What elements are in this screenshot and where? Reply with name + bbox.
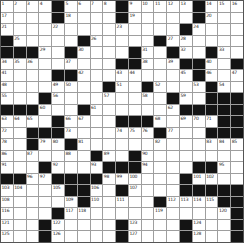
white-square-r16c18[interactable]	[218, 174, 230, 185]
white-square-r16c4[interactable]: 97	[39, 174, 51, 185]
white-square-r18c1[interactable]: 108	[1, 197, 13, 208]
white-square-r13c15[interactable]	[180, 139, 192, 150]
white-square-r4c8[interactable]: 26	[91, 36, 103, 47]
white-square-r16c17[interactable]: 102	[206, 174, 218, 185]
white-square-r17c8[interactable]: 106	[91, 185, 103, 196]
white-square-r21c2[interactable]	[14, 231, 26, 242]
white-square-r3c14[interactable]	[167, 24, 179, 35]
white-square-r16c19[interactable]	[231, 174, 243, 185]
white-square-r21c11[interactable]: 127	[129, 231, 141, 242]
white-square-r21c1[interactable]: 125	[1, 231, 13, 242]
white-square-r18c16[interactable]: 114	[193, 197, 205, 208]
white-square-r11c9[interactable]	[103, 116, 115, 127]
white-square-r9c9[interactable]: 57	[103, 93, 115, 104]
white-square-r8c15[interactable]	[180, 82, 192, 93]
white-square-r16c16[interactable]: 101	[193, 174, 205, 185]
white-square-r19c14[interactable]	[167, 208, 179, 219]
white-square-r8c14[interactable]	[167, 82, 179, 93]
white-square-r6c17[interactable]: 40	[206, 59, 218, 70]
white-square-r7c2[interactable]	[14, 70, 26, 81]
white-square-r17c11[interactable]: 107	[129, 185, 141, 196]
white-square-r15c1[interactable]: 91	[1, 162, 13, 173]
white-square-r1c19[interactable]: 16	[231, 1, 243, 12]
white-square-r3c1[interactable]: 21	[1, 24, 13, 35]
white-square-r14c5[interactable]	[52, 151, 64, 162]
white-square-r2c8[interactable]	[91, 13, 103, 24]
white-square-r20c7[interactable]	[78, 220, 90, 231]
white-square-r4c19[interactable]	[231, 36, 243, 47]
white-square-r9c2[interactable]	[14, 93, 26, 104]
white-square-r2c11[interactable]: 19	[129, 13, 141, 24]
white-square-r21c3[interactable]	[27, 231, 39, 242]
white-square-r20c17[interactable]	[206, 220, 218, 231]
white-square-r1c4[interactable]: 4	[39, 1, 51, 12]
white-square-r4c16[interactable]	[193, 36, 205, 47]
white-square-r13c2[interactable]	[14, 139, 26, 150]
white-square-r1c13[interactable]: 11	[154, 1, 166, 12]
white-square-r4c3[interactable]	[27, 36, 39, 47]
white-square-r18c4[interactable]	[39, 197, 51, 208]
white-square-r3c13[interactable]	[154, 24, 166, 35]
white-square-r6c6[interactable]: 37	[65, 59, 77, 70]
white-square-r3c5[interactable]: 22	[52, 24, 64, 35]
white-square-r3c4[interactable]	[39, 24, 51, 35]
white-square-r3c10[interactable]: 23	[116, 24, 128, 35]
white-square-r15c18[interactable]: 95	[218, 162, 230, 173]
white-square-r9c11[interactable]	[129, 93, 141, 104]
white-square-r1c7[interactable]: 6	[78, 1, 90, 12]
white-square-r6c13[interactable]	[154, 59, 166, 70]
white-square-r4c18[interactable]	[218, 36, 230, 47]
white-square-r12c14[interactable]: 77	[167, 128, 179, 139]
white-square-r11c2[interactable]: 64	[14, 116, 26, 127]
white-square-r17c3[interactable]	[27, 185, 39, 196]
white-square-r1c1[interactable]: 1	[1, 1, 13, 12]
white-square-r8c6[interactable]: 50	[65, 82, 77, 93]
white-square-r11c7[interactable]: 67	[78, 116, 90, 127]
white-square-r21c7[interactable]	[78, 231, 90, 242]
white-square-r19c6[interactable]: 117	[65, 208, 77, 219]
white-square-r13c11[interactable]	[129, 139, 141, 150]
white-square-r1c14[interactable]: 12	[167, 1, 179, 12]
white-square-r4c15[interactable]: 28	[180, 36, 192, 47]
white-square-r1c18[interactable]: 15	[218, 1, 230, 12]
white-square-r19c13[interactable]: 119	[154, 208, 166, 219]
white-square-r18c17[interactable]: 115	[206, 197, 218, 208]
white-square-r15c12[interactable]: 94	[142, 162, 154, 173]
white-square-r10c4[interactable]: 60	[39, 105, 51, 116]
white-square-r15c14[interactable]	[167, 162, 179, 173]
white-square-r9c16[interactable]	[193, 93, 205, 104]
white-square-r4c6[interactable]	[65, 36, 77, 47]
white-square-r3c8[interactable]	[91, 24, 103, 35]
white-square-r11c8[interactable]	[91, 116, 103, 127]
white-square-r14c16[interactable]	[193, 151, 205, 162]
white-square-r12c10[interactable]: 74	[116, 128, 128, 139]
white-square-r3c11[interactable]	[129, 24, 141, 35]
white-square-r19c16[interactable]	[193, 208, 205, 219]
white-square-r6c18[interactable]	[218, 59, 230, 70]
white-square-r3c7[interactable]	[78, 24, 90, 35]
white-square-r13c17[interactable]: 83	[206, 139, 218, 150]
white-square-r19c2[interactable]	[14, 208, 26, 219]
white-square-r8c11[interactable]	[129, 82, 141, 93]
white-square-r10c10[interactable]	[116, 105, 128, 116]
white-square-r15c6[interactable]	[65, 162, 77, 173]
white-square-r6c3[interactable]: 36	[27, 59, 39, 70]
white-square-r7c4[interactable]	[39, 70, 51, 81]
white-square-r13c18[interactable]: 84	[218, 139, 230, 150]
white-square-r9c3[interactable]	[27, 93, 39, 104]
white-square-r7c17[interactable]: 46	[206, 70, 218, 81]
white-square-r6c2[interactable]: 35	[14, 59, 26, 70]
white-square-r18c11[interactable]	[129, 197, 141, 208]
white-square-r20c11[interactable]: 123	[129, 220, 141, 231]
white-square-r2c18[interactable]	[218, 13, 230, 24]
white-square-r8c5[interactable]: 49	[52, 82, 64, 93]
white-square-r1c12[interactable]: 10	[142, 1, 154, 12]
white-square-r13c4[interactable]: 79	[39, 139, 51, 150]
white-square-r21c18[interactable]	[218, 231, 230, 242]
white-square-r19c15[interactable]	[180, 208, 192, 219]
white-square-r5c18[interactable]: 33	[218, 47, 230, 58]
white-square-r9c10[interactable]	[116, 93, 128, 104]
white-square-r11c4[interactable]	[39, 116, 51, 127]
white-square-r20c2[interactable]	[14, 220, 26, 231]
white-square-r7c13[interactable]	[154, 70, 166, 81]
white-square-r12c8[interactable]	[91, 128, 103, 139]
white-square-r15c19[interactable]	[231, 162, 243, 173]
white-square-r5c10[interactable]	[116, 47, 128, 58]
white-square-r18c14[interactable]: 112	[167, 197, 179, 208]
white-square-r20c16[interactable]: 124	[193, 220, 205, 231]
white-square-r10c5[interactable]	[52, 105, 64, 116]
white-square-r18c3[interactable]	[27, 197, 39, 208]
white-square-r6c9[interactable]	[103, 59, 115, 70]
white-square-r5c7[interactable]: 30	[78, 47, 90, 58]
white-square-r3c16[interactable]: 24	[193, 24, 205, 35]
white-square-r5c5[interactable]	[52, 47, 64, 58]
white-square-r20c9[interactable]	[103, 220, 115, 231]
white-square-r2c14[interactable]	[167, 13, 179, 24]
white-square-r21c12[interactable]	[142, 231, 154, 242]
white-square-r17c12[interactable]	[142, 185, 154, 196]
white-square-r10c6[interactable]	[65, 105, 77, 116]
white-square-r11c17[interactable]: 71	[206, 116, 218, 127]
white-square-r19c10[interactable]	[116, 208, 128, 219]
white-square-r5c16[interactable]	[193, 47, 205, 58]
white-square-r15c3[interactable]	[27, 162, 39, 173]
white-square-r19c3[interactable]	[27, 208, 39, 219]
white-square-r13c19[interactable]: 85	[231, 139, 243, 150]
white-square-r17c14[interactable]	[167, 185, 179, 196]
white-square-r10c13[interactable]	[154, 105, 166, 116]
white-square-r4c4[interactable]	[39, 36, 51, 47]
white-square-r8c2[interactable]	[14, 82, 26, 93]
white-square-r16c9[interactable]: 98	[103, 174, 115, 185]
white-square-r14c15[interactable]	[180, 151, 192, 162]
white-square-r13c12[interactable]	[142, 139, 154, 150]
white-square-r4c11[interactable]	[129, 36, 141, 47]
white-square-r5c9[interactable]	[103, 47, 115, 58]
white-square-r11c16[interactable]: 70	[193, 116, 205, 127]
white-square-r8c4[interactable]	[39, 82, 51, 93]
white-square-r3c6[interactable]	[65, 24, 77, 35]
white-square-r14c14[interactable]	[167, 151, 179, 162]
white-square-r14c10[interactable]	[116, 151, 128, 162]
white-square-r17c5[interactable]: 105	[52, 185, 64, 196]
white-square-r14c7[interactable]	[78, 151, 90, 162]
white-square-r1c3[interactable]: 3	[27, 1, 39, 12]
white-square-r14c2[interactable]	[14, 151, 26, 162]
white-square-r15c15[interactable]	[180, 162, 192, 173]
white-square-r19c8[interactable]	[91, 208, 103, 219]
white-square-r7c3[interactable]	[27, 70, 39, 81]
white-square-r8c10[interactable]: 51	[116, 82, 128, 93]
white-square-r16c12[interactable]	[142, 174, 154, 185]
white-square-r7c1[interactable]: 41	[1, 70, 13, 81]
white-square-r6c14[interactable]: 39	[167, 59, 179, 70]
white-square-r20c1[interactable]: 121	[1, 220, 13, 231]
white-square-r18c15[interactable]: 113	[180, 197, 192, 208]
white-square-r18c6[interactable]: 109	[65, 197, 77, 208]
white-square-r6c12[interactable]: 38	[142, 59, 154, 70]
white-square-r14c12[interactable]: 90	[142, 151, 154, 162]
white-square-r5c8[interactable]	[91, 47, 103, 58]
white-square-r4c2[interactable]: 25	[14, 36, 26, 47]
white-square-r10c12[interactable]	[142, 105, 154, 116]
white-square-r16c11[interactable]: 100	[129, 174, 141, 185]
white-square-r14c13[interactable]	[154, 151, 166, 162]
white-square-r12c15[interactable]	[180, 128, 192, 139]
white-square-r8c3[interactable]	[27, 82, 39, 93]
white-square-r2c7[interactable]	[78, 13, 90, 24]
white-square-r3c12[interactable]	[142, 24, 154, 35]
white-square-r20c18[interactable]	[218, 220, 230, 231]
white-square-r13c8[interactable]	[91, 139, 103, 150]
white-square-r21c8[interactable]	[91, 231, 103, 242]
white-square-r5c13[interactable]	[154, 47, 166, 58]
white-square-r10c14[interactable]: 62	[167, 105, 179, 116]
white-square-r9c7[interactable]	[78, 93, 90, 104]
white-square-r20c12[interactable]	[142, 220, 154, 231]
white-square-r21c9[interactable]	[103, 231, 115, 242]
white-square-r1c8[interactable]: 7	[91, 1, 103, 12]
white-square-r6c8[interactable]	[91, 59, 103, 70]
white-square-r4c17[interactable]	[206, 36, 218, 47]
white-square-r17c1[interactable]: 103	[1, 185, 13, 196]
white-square-r7c15[interactable]: 45	[180, 70, 192, 81]
white-square-r12c9[interactable]	[103, 128, 115, 139]
white-square-r20c6[interactable]	[65, 220, 77, 231]
white-square-r13c1[interactable]: 78	[1, 139, 13, 150]
white-square-r8c19[interactable]	[231, 82, 243, 93]
white-square-r14c17[interactable]	[206, 151, 218, 162]
white-square-r16c13[interactable]	[154, 174, 166, 185]
white-square-r21c14[interactable]	[167, 231, 179, 242]
white-square-r12c7[interactable]	[78, 128, 90, 139]
white-square-r2c1[interactable]: 17	[1, 13, 13, 24]
white-square-r19c12[interactable]	[142, 208, 154, 219]
white-square-r4c9[interactable]	[103, 36, 115, 47]
white-square-r5c4[interactable]: 29	[39, 47, 51, 58]
white-square-r16c10[interactable]: 99	[116, 174, 128, 185]
white-square-r2c19[interactable]	[231, 13, 243, 24]
white-square-r12c16[interactable]	[193, 128, 205, 139]
white-square-r11c15[interactable]: 69	[180, 116, 192, 127]
white-square-r7c10[interactable]: 43	[116, 70, 128, 81]
white-square-r19c11[interactable]	[129, 208, 141, 219]
white-square-r19c18[interactable]: 120	[218, 208, 230, 219]
white-square-r21c13[interactable]	[154, 231, 166, 242]
white-square-r5c19[interactable]	[231, 47, 243, 58]
white-square-r13c10[interactable]	[116, 139, 128, 150]
white-square-r19c9[interactable]	[103, 208, 115, 219]
white-square-r1c11[interactable]: 9	[129, 1, 141, 12]
white-square-r18c10[interactable]: 111	[116, 197, 128, 208]
white-square-r2c6[interactable]: 18	[65, 13, 77, 24]
white-square-r10c11[interactable]	[129, 105, 141, 116]
white-square-r1c2[interactable]: 2	[14, 1, 26, 12]
white-square-r3c3[interactable]	[27, 24, 39, 35]
white-square-r6c4[interactable]	[39, 59, 51, 70]
white-square-r8c16[interactable]: 53	[193, 82, 205, 93]
white-square-r8c7[interactable]	[78, 82, 90, 93]
white-square-r3c17[interactable]	[206, 24, 218, 35]
white-square-r14c3[interactable]: 87	[27, 151, 39, 162]
white-square-r11c1[interactable]: 63	[1, 116, 13, 127]
white-square-r7c14[interactable]	[167, 70, 179, 81]
white-square-r20c13[interactable]	[154, 220, 166, 231]
white-square-r13c7[interactable]: 81	[78, 139, 90, 150]
white-square-r7c12[interactable]	[142, 70, 154, 81]
white-square-r19c4[interactable]	[39, 208, 51, 219]
white-square-r9c13[interactable]	[154, 93, 166, 104]
white-square-r5c12[interactable]: 31	[142, 47, 154, 58]
white-square-r7c9[interactable]	[103, 70, 115, 81]
white-square-r17c13[interactable]	[154, 185, 166, 196]
white-square-r12c1[interactable]: 72	[1, 128, 13, 139]
white-square-r3c2[interactable]	[14, 24, 26, 35]
white-square-r8c1[interactable]: 48	[1, 82, 13, 93]
white-square-r8c13[interactable]: 52	[154, 82, 166, 93]
white-square-r4c12[interactable]	[142, 36, 154, 47]
white-square-r13c16[interactable]	[193, 139, 205, 150]
white-square-r2c3[interactable]	[27, 13, 39, 24]
white-square-r13c5[interactable]: 80	[52, 139, 64, 150]
white-square-r12c12[interactable]: 76	[142, 128, 154, 139]
white-square-r15c8[interactable]: 93	[91, 162, 103, 173]
white-square-r2c4[interactable]	[39, 13, 51, 24]
white-square-r13c9[interactable]	[103, 139, 115, 150]
white-square-r2c9[interactable]	[103, 13, 115, 24]
white-square-r11c6[interactable]: 66	[65, 116, 77, 127]
white-square-r9c8[interactable]	[91, 93, 103, 104]
white-square-r14c1[interactable]: 86	[1, 151, 13, 162]
white-square-r2c2[interactable]	[14, 13, 26, 24]
white-square-r9c6[interactable]	[65, 93, 77, 104]
white-square-r15c7[interactable]	[78, 162, 90, 173]
white-square-r2c15[interactable]	[180, 13, 192, 24]
white-square-r3c18[interactable]	[218, 24, 230, 35]
white-square-r19c1[interactable]: 116	[1, 208, 13, 219]
white-square-r12c2[interactable]	[14, 128, 26, 139]
white-square-r14c4[interactable]	[39, 151, 51, 162]
white-square-r15c2[interactable]	[14, 162, 26, 173]
white-square-r12c6[interactable]: 73	[65, 128, 77, 139]
white-square-r4c14[interactable]: 27	[167, 36, 179, 47]
white-square-r19c7[interactable]: 118	[78, 208, 90, 219]
white-square-r18c2[interactable]	[14, 197, 26, 208]
white-square-r6c5[interactable]	[52, 59, 64, 70]
white-square-r7c18[interactable]	[218, 70, 230, 81]
white-square-r1c6[interactable]: 5	[65, 1, 77, 12]
white-square-r16c3[interactable]: 96	[27, 174, 39, 185]
white-square-r18c8[interactable]: 110	[91, 197, 103, 208]
white-square-r4c10[interactable]	[116, 36, 128, 47]
white-square-r13c14[interactable]	[167, 139, 179, 150]
white-square-r18c9[interactable]	[103, 197, 115, 208]
white-square-r10c9[interactable]	[103, 105, 115, 116]
white-square-r1c17[interactable]: 14	[206, 1, 218, 12]
white-square-r6c1[interactable]: 34	[1, 59, 13, 70]
white-square-r17c2[interactable]: 104	[14, 185, 26, 196]
white-square-r9c15[interactable]: 59	[180, 93, 192, 104]
white-square-r18c12[interactable]	[142, 197, 154, 208]
white-square-r9c5[interactable]: 56	[52, 93, 64, 104]
white-square-r2c13[interactable]	[154, 13, 166, 24]
white-square-r1c15[interactable]: 13	[180, 1, 192, 12]
white-square-r11c13[interactable]: 68	[154, 116, 166, 127]
white-square-r11c3[interactable]: 65	[27, 116, 39, 127]
white-square-r14c6[interactable]: 88	[65, 151, 77, 162]
white-square-r15c5[interactable]: 92	[52, 162, 64, 173]
white-square-r4c5[interactable]	[52, 36, 64, 47]
white-square-r2c17[interactable]: 20	[206, 13, 218, 24]
white-square-r21c5[interactable]: 126	[52, 231, 64, 242]
white-square-r20c5[interactable]: 122	[52, 220, 64, 231]
white-square-r21c6[interactable]	[65, 231, 77, 242]
white-square-r7c11[interactable]: 44	[129, 70, 141, 81]
white-square-r3c19[interactable]	[231, 24, 243, 35]
white-square-r7c19[interactable]: 47	[231, 70, 243, 81]
white-square-r5c15[interactable]: 32	[180, 47, 192, 58]
white-square-r11c14[interactable]	[167, 116, 179, 127]
white-square-r20c3[interactable]	[27, 220, 39, 231]
white-square-r8c8[interactable]	[91, 82, 103, 93]
white-square-r20c8[interactable]	[91, 220, 103, 231]
white-square-r21c17[interactable]	[206, 231, 218, 242]
white-square-r1c9[interactable]: 8	[103, 1, 115, 12]
white-square-r6c7[interactable]	[78, 59, 90, 70]
white-square-r19c17[interactable]	[206, 208, 218, 219]
white-square-r2c12[interactable]	[142, 13, 154, 24]
white-square-r17c9[interactable]	[103, 185, 115, 196]
white-square-r16c14[interactable]	[167, 174, 179, 185]
white-square-r17c4[interactable]	[39, 185, 51, 196]
white-square-r13c13[interactable]: 82	[154, 139, 166, 150]
white-square-r14c9[interactable]: 89	[103, 151, 115, 162]
white-square-r21c16[interactable]: 128	[193, 231, 205, 242]
white-square-r3c9[interactable]	[103, 24, 115, 35]
white-square-r7c7[interactable]: 42	[78, 70, 90, 81]
white-square-r14c18[interactable]	[218, 151, 230, 162]
white-square-r15c13[interactable]	[154, 162, 166, 173]
white-square-r8c18[interactable]: 54	[218, 82, 230, 93]
white-square-r7c8[interactable]	[91, 70, 103, 81]
white-square-r9c12[interactable]: 58	[142, 93, 154, 104]
white-square-r14c19[interactable]	[231, 151, 243, 162]
